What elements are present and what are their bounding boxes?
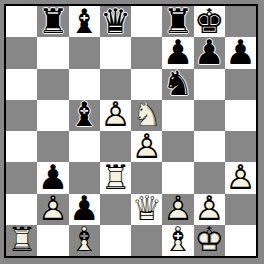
square-g5[interactable]	[194, 100, 225, 131]
square-a5[interactable]	[6, 100, 37, 131]
square-b7[interactable]	[37, 37, 68, 68]
square-b8[interactable]: ♜	[37, 6, 68, 37]
square-d8[interactable]: ♛	[100, 6, 131, 37]
square-h1[interactable]	[225, 225, 256, 256]
square-h7[interactable]: ♟	[225, 37, 256, 68]
white-bishop[interactable]: ♝♗	[69, 225, 100, 256]
square-d3[interactable]: ♜♖	[100, 162, 131, 193]
square-b6[interactable]	[37, 69, 68, 100]
square-a8[interactable]	[6, 6, 37, 37]
square-g7[interactable]: ♟	[194, 37, 225, 68]
square-a4[interactable]	[6, 131, 37, 162]
square-a1[interactable]: ♜♖	[6, 225, 37, 256]
white-bishop[interactable]: ♝♗	[162, 225, 193, 256]
square-b1[interactable]	[37, 225, 68, 256]
white-rook[interactable]: ♜♖	[100, 162, 131, 193]
white-pawn[interactable]: ♟♙	[100, 100, 131, 131]
square-h5[interactable]	[225, 100, 256, 131]
square-b5[interactable]	[37, 100, 68, 131]
square-d2[interactable]	[100, 194, 131, 225]
square-e2[interactable]: ♛♕	[131, 194, 162, 225]
white-king[interactable]: ♚♔	[194, 225, 225, 256]
square-d5[interactable]: ♟♙	[100, 100, 131, 131]
square-c5[interactable]: ♝	[69, 100, 100, 131]
square-g6[interactable]	[194, 69, 225, 100]
black-bishop[interactable]: ♝	[69, 100, 100, 131]
black-rook[interactable]: ♜	[37, 6, 68, 37]
square-g1[interactable]: ♚♔	[194, 225, 225, 256]
square-b2[interactable]: ♟♙	[37, 194, 68, 225]
chess-board: ♜♝♛♜♚♟♟♟♞♝♟♙♞♘♟♙♟♜♖♟♙♟♙♟♛♕♟♙♟♙♜♖♝♗♝♗♚♔	[4, 4, 258, 258]
white-queen[interactable]: ♛♕	[131, 194, 162, 225]
white-pawn[interactable]: ♟♙	[131, 131, 162, 162]
square-h3[interactable]: ♟♙	[225, 162, 256, 193]
square-c7[interactable]	[69, 37, 100, 68]
square-f6[interactable]: ♞	[162, 69, 193, 100]
white-pawn[interactable]: ♟♙	[37, 194, 68, 225]
square-e8[interactable]	[131, 6, 162, 37]
white-rook[interactable]: ♜♖	[6, 225, 37, 256]
white-pawn[interactable]: ♟♙	[225, 162, 256, 193]
square-h6[interactable]	[225, 69, 256, 100]
square-h2[interactable]	[225, 194, 256, 225]
square-f4[interactable]	[162, 131, 193, 162]
black-queen[interactable]: ♛	[100, 6, 131, 37]
square-c1[interactable]: ♝♗	[69, 225, 100, 256]
black-pawn[interactable]: ♟	[225, 37, 256, 68]
board-frame: ♜♝♛♜♚♟♟♟♞♝♟♙♞♘♟♙♟♜♖♟♙♟♙♟♛♕♟♙♟♙♜♖♝♗♝♗♚♔	[0, 0, 264, 264]
square-e7[interactable]	[131, 37, 162, 68]
square-a3[interactable]	[6, 162, 37, 193]
square-f5[interactable]	[162, 100, 193, 131]
square-c8[interactable]: ♝	[69, 6, 100, 37]
black-pawn[interactable]: ♟	[194, 37, 225, 68]
square-c4[interactable]	[69, 131, 100, 162]
square-d7[interactable]	[100, 37, 131, 68]
square-f1[interactable]: ♝♗	[162, 225, 193, 256]
square-a7[interactable]	[6, 37, 37, 68]
black-bishop[interactable]: ♝	[69, 6, 100, 37]
square-d1[interactable]	[100, 225, 131, 256]
square-e1[interactable]	[131, 225, 162, 256]
square-a6[interactable]	[6, 69, 37, 100]
black-knight[interactable]: ♞	[162, 69, 193, 100]
square-g4[interactable]	[194, 131, 225, 162]
square-e4[interactable]: ♟♙	[131, 131, 162, 162]
